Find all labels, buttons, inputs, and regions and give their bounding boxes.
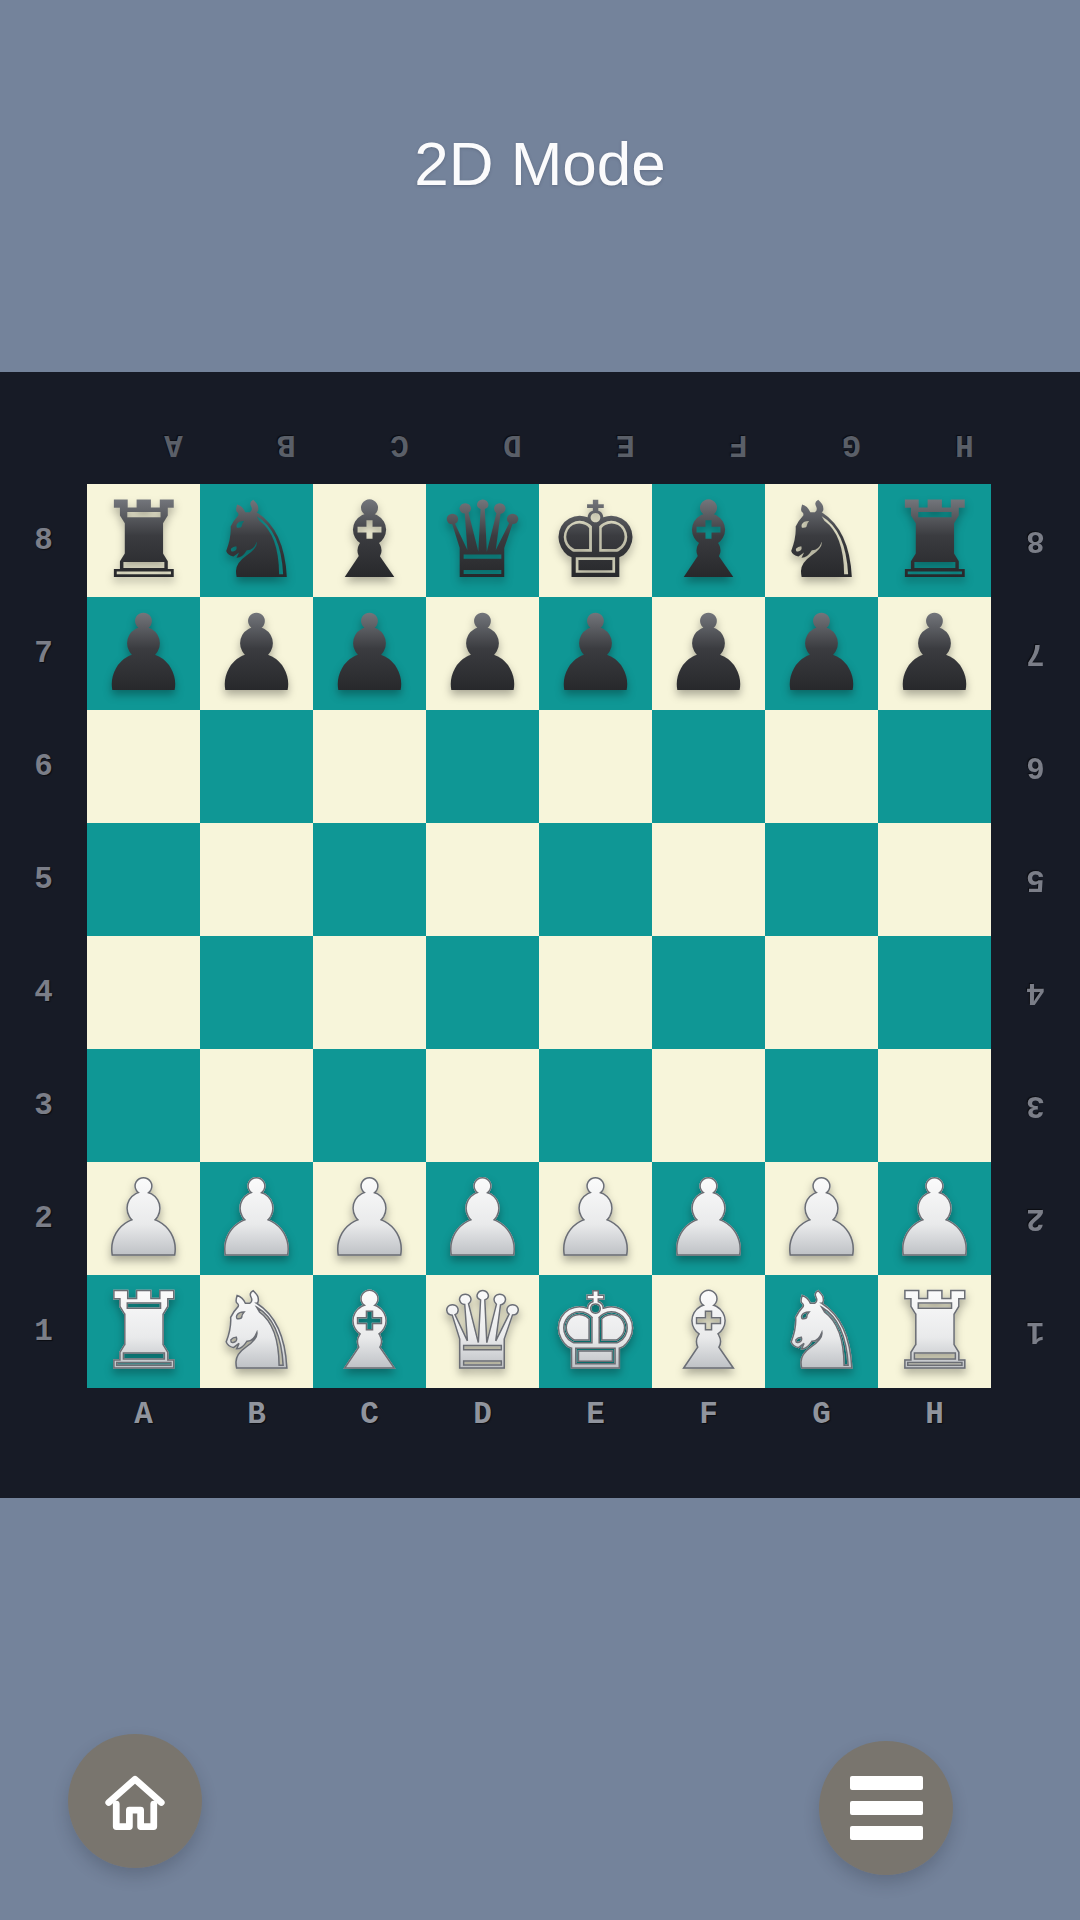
square-b8[interactable]: ♞ xyxy=(200,484,313,597)
square-h2[interactable]: ♟ xyxy=(878,1162,991,1275)
coord-label-f: F xyxy=(652,1386,765,1442)
square-h1[interactable]: ♜ xyxy=(878,1275,991,1388)
square-h3[interactable] xyxy=(878,1049,991,1162)
square-b5[interactable] xyxy=(200,823,313,936)
piece-white-pawn[interactable]: ♟ xyxy=(96,1166,191,1272)
square-h5[interactable] xyxy=(878,823,991,936)
piece-white-king[interactable]: ♚ xyxy=(548,1279,643,1385)
square-c5[interactable] xyxy=(313,823,426,936)
coord-label-5: 5 xyxy=(0,823,87,936)
square-d5[interactable] xyxy=(426,823,539,936)
square-f7[interactable]: ♟ xyxy=(652,597,765,710)
piece-black-king[interactable]: ♚ xyxy=(548,488,643,594)
square-h4[interactable] xyxy=(878,936,991,1049)
square-g2[interactable]: ♟ xyxy=(765,1162,878,1275)
piece-white-bishop[interactable]: ♝ xyxy=(661,1279,756,1385)
page-title: 2D Mode xyxy=(0,128,1080,199)
coord-label-d: D xyxy=(426,1386,539,1442)
home-button[interactable] xyxy=(68,1734,202,1868)
coord-label-5: 5 xyxy=(991,823,1080,936)
square-b4[interactable] xyxy=(200,936,313,1049)
square-c2[interactable]: ♟ xyxy=(313,1162,426,1275)
board-panel: ABCDEFGH 87654321 87654321 ABCDEFGH ♜♞♝♛… xyxy=(0,372,1080,1498)
square-e1[interactable]: ♚ xyxy=(539,1275,652,1388)
home-icon xyxy=(97,1765,173,1837)
square-b1[interactable]: ♞ xyxy=(200,1275,313,1388)
piece-white-pawn[interactable]: ♟ xyxy=(661,1166,756,1272)
coord-label-g: G xyxy=(765,1386,878,1442)
square-e2[interactable]: ♟ xyxy=(539,1162,652,1275)
piece-white-pawn[interactable]: ♟ xyxy=(887,1166,982,1272)
square-c1[interactable]: ♝ xyxy=(313,1275,426,1388)
square-f6[interactable] xyxy=(652,710,765,823)
coord-label-h: H xyxy=(878,1386,991,1442)
piece-white-pawn[interactable]: ♟ xyxy=(548,1166,643,1272)
square-g1[interactable]: ♞ xyxy=(765,1275,878,1388)
coord-label-8: 8 xyxy=(0,484,87,597)
coord-label-1: 1 xyxy=(0,1275,87,1388)
square-h8[interactable]: ♜ xyxy=(878,484,991,597)
square-a7[interactable]: ♟ xyxy=(87,597,200,710)
piece-white-queen[interactable]: ♛ xyxy=(435,1279,530,1385)
coord-label-7: 7 xyxy=(991,597,1080,710)
piece-white-knight[interactable]: ♞ xyxy=(774,1279,869,1385)
coord-label-8: 8 xyxy=(991,484,1080,597)
square-b3[interactable] xyxy=(200,1049,313,1162)
square-a8[interactable]: ♜ xyxy=(87,484,200,597)
coord-label-2: 2 xyxy=(991,1162,1080,1275)
square-a6[interactable] xyxy=(87,710,200,823)
square-a2[interactable]: ♟ xyxy=(87,1162,200,1275)
piece-black-queen[interactable]: ♛ xyxy=(435,488,530,594)
square-a5[interactable] xyxy=(87,823,200,936)
square-a3[interactable] xyxy=(87,1049,200,1162)
piece-black-pawn[interactable]: ♟ xyxy=(548,601,643,707)
rank-labels-right: 87654321 xyxy=(991,484,1080,1388)
square-d3[interactable] xyxy=(426,1049,539,1162)
square-a1[interactable]: ♜ xyxy=(87,1275,200,1388)
piece-black-pawn[interactable]: ♟ xyxy=(661,601,756,707)
coord-label-1: 1 xyxy=(991,1275,1080,1388)
piece-black-rook[interactable]: ♜ xyxy=(887,488,982,594)
square-e3[interactable] xyxy=(539,1049,652,1162)
piece-white-pawn[interactable]: ♟ xyxy=(209,1166,304,1272)
square-f4[interactable] xyxy=(652,936,765,1049)
square-d7[interactable]: ♟ xyxy=(426,597,539,710)
coord-label-3: 3 xyxy=(991,1049,1080,1162)
coord-label-2: 2 xyxy=(0,1162,87,1275)
coord-label-e: E xyxy=(539,1386,652,1442)
square-e8[interactable]: ♚ xyxy=(539,484,652,597)
square-g8[interactable]: ♞ xyxy=(765,484,878,597)
square-f8[interactable]: ♝ xyxy=(652,484,765,597)
square-d4[interactable] xyxy=(426,936,539,1049)
square-h7[interactable]: ♟ xyxy=(878,597,991,710)
square-e5[interactable] xyxy=(539,823,652,936)
chess-board: ♜♞♝♛♚♝♞♜♟♟♟♟♟♟♟♟♟♟♟♟♟♟♟♟♜♞♝♛♚♝♞♜ xyxy=(87,484,991,1388)
square-g5[interactable] xyxy=(765,823,878,936)
piece-white-bishop[interactable]: ♝ xyxy=(322,1279,417,1385)
square-d1[interactable]: ♛ xyxy=(426,1275,539,1388)
piece-black-knight[interactable]: ♞ xyxy=(774,488,869,594)
screen: 2D Mode ABCDEFGH 87654321 87654321 ABCDE… xyxy=(0,0,1080,1920)
piece-white-pawn[interactable]: ♟ xyxy=(322,1166,417,1272)
piece-black-rook[interactable]: ♜ xyxy=(96,488,191,594)
coord-label-6: 6 xyxy=(991,710,1080,823)
square-f5[interactable] xyxy=(652,823,765,936)
menu-button[interactable] xyxy=(819,1741,953,1875)
square-g7[interactable]: ♟ xyxy=(765,597,878,710)
square-e4[interactable] xyxy=(539,936,652,1049)
coord-label-7: 7 xyxy=(0,597,87,710)
piece-black-bishop[interactable]: ♝ xyxy=(322,488,417,594)
square-f3[interactable] xyxy=(652,1049,765,1162)
square-e6[interactable] xyxy=(539,710,652,823)
square-e7[interactable]: ♟ xyxy=(539,597,652,710)
square-d2[interactable]: ♟ xyxy=(426,1162,539,1275)
square-c6[interactable] xyxy=(313,710,426,823)
square-b7[interactable]: ♟ xyxy=(200,597,313,710)
piece-black-bishop[interactable]: ♝ xyxy=(661,488,756,594)
square-c8[interactable]: ♝ xyxy=(313,484,426,597)
piece-black-pawn[interactable]: ♟ xyxy=(209,601,304,707)
square-c4[interactable] xyxy=(313,936,426,1049)
coord-label-3: 3 xyxy=(0,1049,87,1162)
piece-black-pawn[interactable]: ♟ xyxy=(887,601,982,707)
square-d6[interactable] xyxy=(426,710,539,823)
coord-label-4: 4 xyxy=(0,936,87,1049)
piece-black-pawn[interactable]: ♟ xyxy=(435,601,530,707)
piece-white-pawn[interactable]: ♟ xyxy=(435,1166,530,1272)
square-f1[interactable]: ♝ xyxy=(652,1275,765,1388)
piece-black-pawn[interactable]: ♟ xyxy=(322,601,417,707)
hamburger-icon xyxy=(850,1776,923,1840)
square-h6[interactable] xyxy=(878,710,991,823)
piece-black-pawn[interactable]: ♟ xyxy=(96,601,191,707)
coord-label-b: B xyxy=(200,1386,313,1442)
square-g3[interactable] xyxy=(765,1049,878,1162)
rank-labels-left: 87654321 xyxy=(0,484,87,1388)
square-c7[interactable]: ♟ xyxy=(313,597,426,710)
piece-white-rook[interactable]: ♜ xyxy=(96,1279,191,1385)
piece-black-pawn[interactable]: ♟ xyxy=(774,601,869,707)
coord-label-a: A xyxy=(87,1386,200,1442)
coord-label-4: 4 xyxy=(991,936,1080,1049)
square-b2[interactable]: ♟ xyxy=(200,1162,313,1275)
square-b6[interactable] xyxy=(200,710,313,823)
piece-white-rook[interactable]: ♜ xyxy=(887,1279,982,1385)
coord-label-c: C xyxy=(313,1386,426,1442)
square-f2[interactable]: ♟ xyxy=(652,1162,765,1275)
file-labels-bottom: ABCDEFGH xyxy=(87,1386,991,1442)
piece-white-pawn[interactable]: ♟ xyxy=(774,1166,869,1272)
square-c3[interactable] xyxy=(313,1049,426,1162)
piece-white-knight[interactable]: ♞ xyxy=(209,1279,304,1385)
square-d8[interactable]: ♛ xyxy=(426,484,539,597)
square-a4[interactable] xyxy=(87,936,200,1049)
piece-black-knight[interactable]: ♞ xyxy=(209,488,304,594)
square-g4[interactable] xyxy=(765,936,878,1049)
square-g6[interactable] xyxy=(765,710,878,823)
coord-label-6: 6 xyxy=(0,710,87,823)
